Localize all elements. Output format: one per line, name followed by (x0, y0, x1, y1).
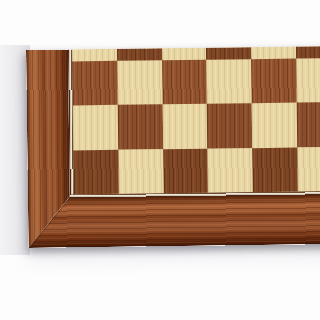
board-frame-bottom (27, 191, 320, 248)
square-f2 (296, 102, 320, 147)
square-c1 (162, 148, 207, 193)
square-d1 (207, 148, 252, 193)
square-b4 (116, 48, 161, 60)
square-b3 (116, 60, 161, 105)
square-d2 (207, 103, 252, 148)
square-c4 (161, 48, 206, 60)
square-e1 (252, 147, 297, 192)
square-a2 (72, 105, 117, 150)
square-e4 (251, 47, 296, 59)
board-photo-crop (26, 46, 320, 248)
square-f4 (295, 46, 320, 58)
square-b2 (117, 104, 162, 149)
square-f1 (297, 147, 320, 192)
square-f3 (296, 58, 320, 103)
square-d3 (206, 59, 251, 104)
board-grid (71, 46, 320, 194)
square-a4 (71, 49, 116, 61)
square-d4 (206, 47, 251, 59)
square-a3 (72, 60, 117, 105)
square-e3 (251, 58, 296, 103)
square-a1 (73, 149, 118, 194)
square-b1 (118, 149, 163, 194)
square-e2 (251, 103, 296, 148)
square-c2 (162, 104, 207, 149)
chessboard-photo (0, 0, 320, 320)
square-c3 (161, 59, 206, 104)
